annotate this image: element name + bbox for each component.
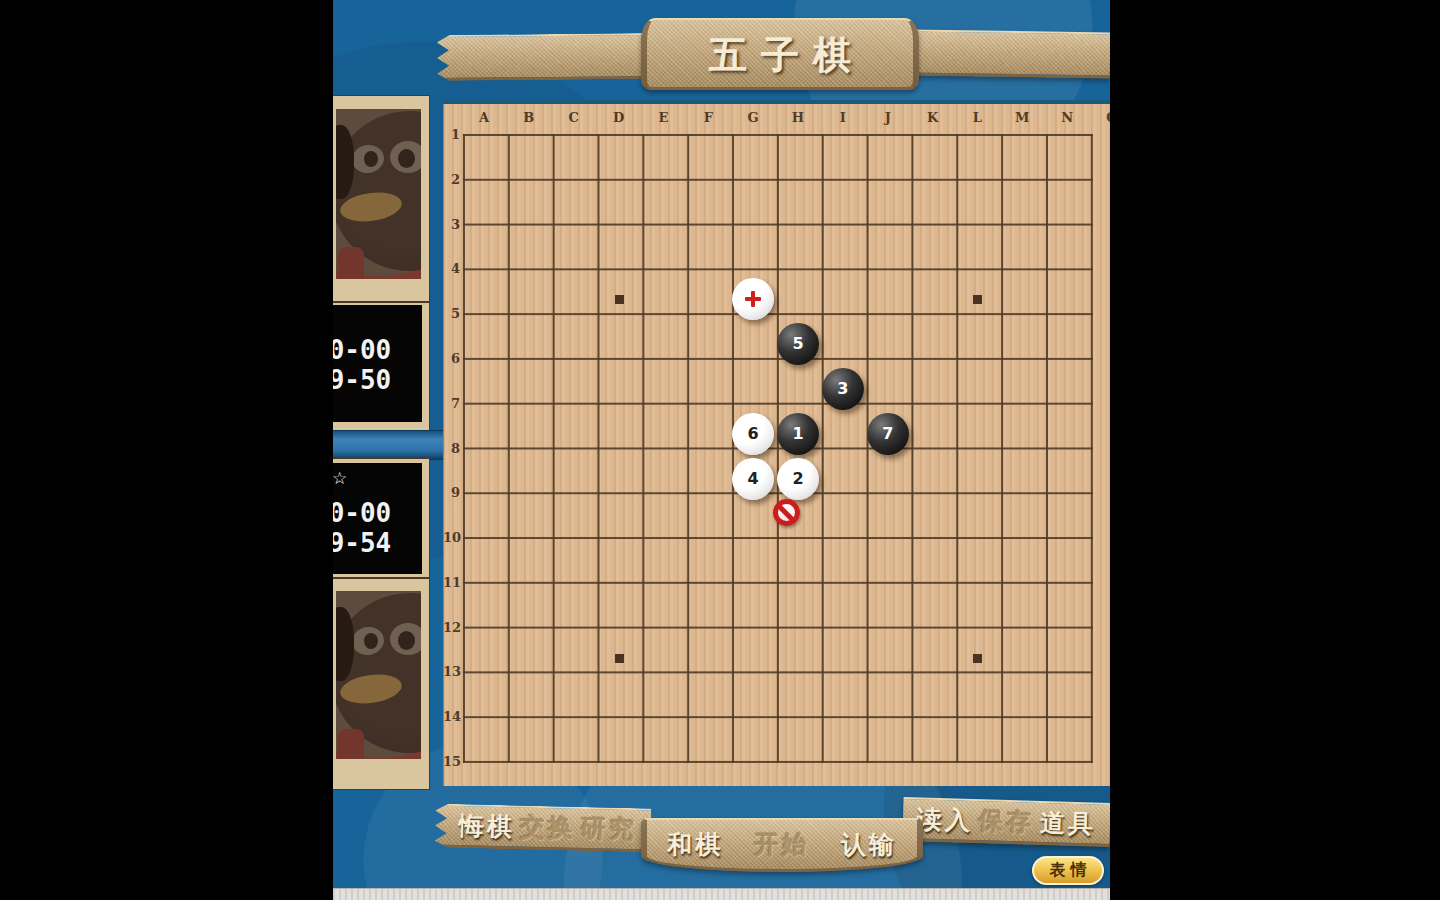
column-label: M (1011, 110, 1033, 125)
stone-move-number: 2 (777, 458, 819, 500)
black-stone: 1 (777, 413, 819, 455)
column-label: E (652, 110, 674, 125)
toolbar-button-left[interactable]: 研究 (581, 816, 638, 842)
emote-button[interactable]: 表情 (1032, 856, 1104, 885)
row-label: 7 (443, 396, 460, 411)
row-label: 15 (443, 754, 460, 769)
column-label: D (608, 110, 630, 125)
board-grid[interactable]: 5361742 (463, 134, 1093, 763)
column-label: O (1101, 110, 1110, 125)
column-label: A (473, 110, 495, 125)
toolbar-button-right[interactable]: 保存 (978, 808, 1035, 835)
stone-move-number: 1 (777, 413, 819, 455)
toolbar-center-ribbon: 和棋开始认输 (641, 818, 923, 872)
player-top-clock: 10-00 19-50 (333, 302, 430, 432)
page-title: 五子棋 (695, 30, 865, 81)
row-label: 6 (443, 351, 460, 366)
star-point (615, 654, 624, 663)
penguin-avatar-image (336, 109, 421, 279)
title-ribbon-left (437, 33, 651, 81)
gomoku-board[interactable]: 5361742 ABCDEFGHIJKLMNO12345678910111213… (443, 100, 1110, 786)
toolbar-button-left[interactable]: 交换 (520, 814, 577, 840)
no-entry-icon (773, 499, 800, 526)
black-stone: 3 (822, 368, 864, 410)
stone-move-number: 3 (822, 368, 864, 410)
column-label: K (922, 110, 944, 125)
white-stone: 4 (732, 458, 774, 500)
stone-move-number: 4 (732, 458, 774, 500)
window-bottom-frame (333, 888, 1110, 900)
toolbar-button-right[interactable]: 读入 (917, 807, 974, 834)
row-label: 13 (443, 664, 460, 679)
column-label: G (742, 110, 764, 125)
title-ribbon-right (909, 30, 1110, 79)
row-label: 12 (443, 620, 460, 635)
black-stone: 7 (867, 413, 909, 455)
stone-move-number: 6 (732, 413, 774, 455)
column-label: F (697, 110, 719, 125)
column-label: B (518, 110, 540, 125)
white-stone: 2 (777, 458, 819, 500)
star-point (615, 295, 624, 304)
column-label: H (787, 110, 809, 125)
row-label: 14 (443, 709, 460, 724)
row-label: 3 (443, 217, 460, 232)
player-panel-divider (333, 430, 443, 460)
toolbar-button-left[interactable]: 悔棋 (459, 813, 516, 839)
top-time-left: 19-50 (333, 367, 422, 393)
toolbar-button-right[interactable]: 道具 (1040, 810, 1097, 837)
row-label: 4 (443, 261, 460, 276)
row-label: 5 (443, 306, 460, 321)
toolbar-right-ribbon: 读入保存道具 (902, 797, 1110, 847)
penguin-avatar-image (336, 591, 421, 759)
row-label: 8 (443, 441, 460, 456)
toolbar-left-ribbon: 悔棋交换研究 (435, 804, 652, 853)
row-label: 11 (443, 575, 460, 590)
column-label: I (832, 110, 854, 125)
bottom-time-limit: 10-00 (333, 500, 422, 526)
player-bottom-clock: ☆ 10-00 19-54 (333, 458, 430, 578)
player-bottom-avatar (333, 578, 430, 790)
white-stone: 6 (732, 413, 774, 455)
toolbar-button-center[interactable]: 和棋 (667, 832, 723, 857)
star-point (973, 654, 982, 663)
row-label: 2 (443, 172, 460, 187)
black-stone: 5 (777, 323, 819, 365)
title-banner: 五子棋 (641, 18, 919, 90)
star-point (973, 295, 982, 304)
column-label: J (877, 110, 899, 125)
column-label: N (1056, 110, 1078, 125)
game-window: 五子棋 10-00 19-50 ☆ 10-00 19-54 5361742 (333, 0, 1110, 900)
column-label: C (563, 110, 585, 125)
top-time-limit: 10-00 (333, 337, 422, 363)
column-label: L (966, 110, 988, 125)
player-top-avatar (333, 95, 430, 302)
toolbar-button-center[interactable]: 开始 (754, 832, 810, 857)
stone-move-number: 5 (777, 323, 819, 365)
row-label: 9 (443, 485, 460, 500)
star-icon: ☆ (333, 468, 347, 488)
bottom-time-left: 19-54 (333, 530, 422, 556)
stone-move-number: 7 (867, 413, 909, 455)
row-label: 1 (443, 127, 460, 142)
toolbar-button-center[interactable]: 认输 (841, 832, 897, 857)
white-stone (732, 278, 774, 320)
row-label: 10 (443, 530, 460, 545)
